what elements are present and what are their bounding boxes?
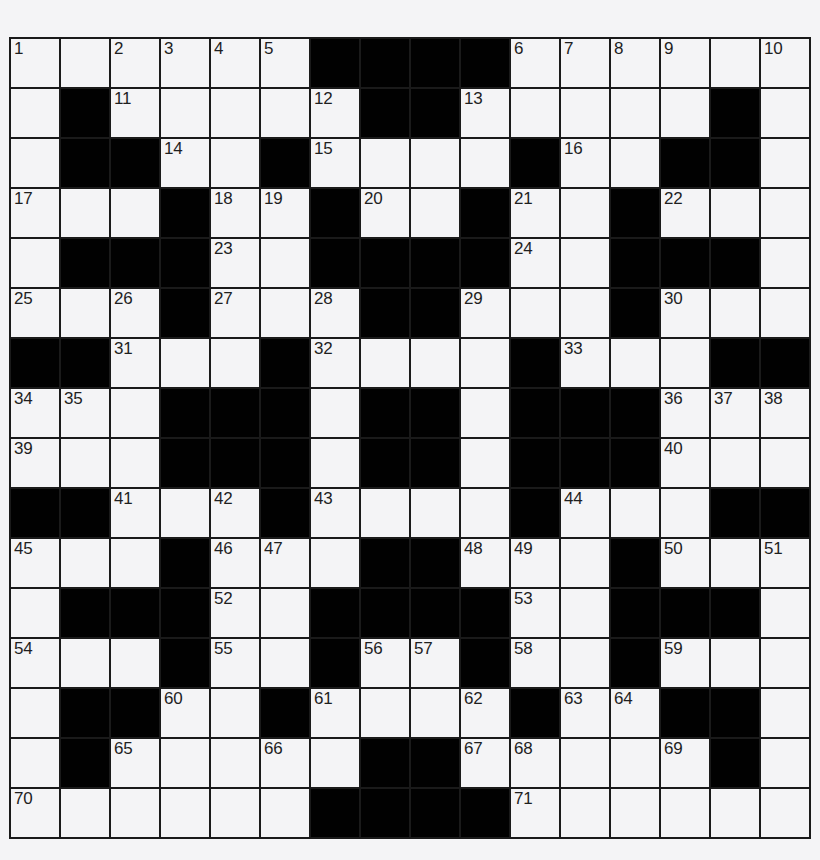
cell-r11c11[interactable]	[561, 589, 611, 639]
cell-r7c9[interactable]	[461, 389, 511, 439]
black-cell-r10c8	[411, 539, 461, 589]
black-cell-r8c5	[261, 439, 311, 489]
cell-r5c10[interactable]	[511, 289, 561, 339]
black-cell-r8c10	[511, 439, 561, 489]
cell-r3c5[interactable]: 19	[261, 189, 311, 239]
cell-r3c7[interactable]: 20	[361, 189, 411, 239]
black-cell-r12c12	[611, 639, 661, 689]
black-cell-r4c14	[711, 239, 761, 289]
cell-r2c0[interactable]	[11, 139, 61, 189]
black-cell-r4c3	[161, 239, 211, 289]
cell-r12c11[interactable]	[561, 639, 611, 689]
cell-r7c0[interactable]: 34	[11, 389, 61, 439]
cell-r8c15[interactable]	[761, 439, 811, 489]
clue-number-8: 8	[614, 40, 623, 58]
cell-r2c4[interactable]	[211, 139, 261, 189]
clue-number-21: 21	[514, 190, 532, 208]
clue-number-9: 9	[664, 40, 673, 58]
black-cell-r3c3	[161, 189, 211, 239]
cell-r0c0[interactable]: 1	[11, 39, 61, 89]
cell-r6c13[interactable]	[661, 339, 711, 389]
clue-number-25: 25	[14, 290, 32, 308]
black-cell-r6c10	[511, 339, 561, 389]
cell-r6c4[interactable]	[211, 339, 261, 389]
black-cell-r8c3	[161, 439, 211, 489]
cell-r8c0[interactable]: 39	[11, 439, 61, 489]
black-cell-r0c6	[311, 39, 361, 89]
cell-r11c4[interactable]: 52	[211, 589, 261, 639]
black-cell-r13c5	[261, 689, 311, 739]
cell-r9c3[interactable]	[161, 489, 211, 539]
cell-r14c3[interactable]	[161, 739, 211, 789]
clue-number-49: 49	[514, 540, 532, 558]
cell-r5c1[interactable]	[61, 289, 111, 339]
cell-r9c2[interactable]: 41	[111, 489, 161, 539]
cell-r2c11[interactable]: 16	[561, 139, 611, 189]
cell-r1c13[interactable]	[661, 89, 711, 139]
clue-number-53: 53	[514, 590, 532, 608]
black-cell-r7c7	[361, 389, 411, 439]
clue-number-2: 2	[114, 40, 123, 58]
clue-number-44: 44	[564, 490, 582, 508]
cell-r5c6[interactable]: 28	[311, 289, 361, 339]
cell-r12c10[interactable]: 58	[511, 639, 561, 689]
black-cell-r9c0	[11, 489, 61, 539]
cell-r13c6[interactable]: 61	[311, 689, 361, 739]
cell-r6c2[interactable]: 31	[111, 339, 161, 389]
black-cell-r11c14	[711, 589, 761, 639]
clue-number-40: 40	[664, 440, 682, 458]
cell-r9c12[interactable]	[611, 489, 661, 539]
cell-r11c0[interactable]	[11, 589, 61, 639]
cell-r1c9[interactable]: 13	[461, 89, 511, 139]
cell-r13c0[interactable]	[11, 689, 61, 739]
cell-r12c8[interactable]: 57	[411, 639, 461, 689]
cell-r14c9[interactable]: 67	[461, 739, 511, 789]
black-cell-r13c2	[111, 689, 161, 739]
clue-number-11: 11	[114, 90, 131, 108]
clue-number-23: 23	[214, 240, 232, 258]
clue-number-30: 30	[664, 290, 682, 308]
black-cell-r11c7	[361, 589, 411, 639]
black-cell-r6c5	[261, 339, 311, 389]
cell-r0c2[interactable]: 2	[111, 39, 161, 89]
clue-number-15: 15	[314, 140, 332, 158]
cell-r8c6[interactable]	[311, 439, 361, 489]
cell-r14c2[interactable]: 65	[111, 739, 161, 789]
cell-r9c6[interactable]: 43	[311, 489, 361, 539]
cell-r3c15[interactable]	[761, 189, 811, 239]
clue-number-14: 14	[164, 140, 182, 158]
cell-r3c14[interactable]	[711, 189, 761, 239]
black-cell-r10c12	[611, 539, 661, 589]
cell-r11c5[interactable]	[261, 589, 311, 639]
cell-r6c8[interactable]	[411, 339, 461, 389]
cell-r2c6[interactable]: 15	[311, 139, 361, 189]
cell-r9c4[interactable]: 42	[211, 489, 261, 539]
cell-r2c9[interactable]	[461, 139, 511, 189]
cell-r3c8[interactable]	[411, 189, 461, 239]
cell-r1c11[interactable]	[561, 89, 611, 139]
cell-r14c15[interactable]	[761, 739, 811, 789]
black-cell-r3c12	[611, 189, 661, 239]
black-cell-r6c14	[711, 339, 761, 389]
cell-r9c9[interactable]	[461, 489, 511, 539]
clue-number-50: 50	[664, 540, 682, 558]
black-cell-r7c5	[261, 389, 311, 439]
crossword-grid: 1234567891011121314151617181920212223242…	[9, 37, 811, 839]
black-cell-r4c6	[311, 239, 361, 289]
cell-r2c8[interactable]	[411, 139, 461, 189]
cell-r1c6[interactable]: 12	[311, 89, 361, 139]
cell-r15c5[interactable]	[261, 789, 311, 839]
cell-r1c2[interactable]: 11	[111, 89, 161, 139]
clue-number-63: 63	[564, 690, 582, 708]
cell-r13c12[interactable]: 64	[611, 689, 661, 739]
cell-r0c3[interactable]: 3	[161, 39, 211, 89]
black-cell-r7c12	[611, 389, 661, 439]
black-cell-r15c9	[461, 789, 511, 839]
cell-r9c11[interactable]: 44	[561, 489, 611, 539]
cell-r0c13[interactable]: 9	[661, 39, 711, 89]
cell-r5c11[interactable]	[561, 289, 611, 339]
cell-r4c4[interactable]: 23	[211, 239, 261, 289]
clue-number-29: 29	[464, 290, 482, 308]
black-cell-r14c1	[61, 739, 111, 789]
clue-number-28: 28	[314, 290, 332, 308]
cell-r14c4[interactable]	[211, 739, 261, 789]
clue-number-70: 70	[14, 790, 32, 808]
black-cell-r11c13	[661, 589, 711, 639]
black-cell-r0c7	[361, 39, 411, 89]
black-cell-r2c13	[661, 139, 711, 189]
cell-r13c11[interactable]: 63	[561, 689, 611, 739]
cell-r7c14[interactable]: 37	[711, 389, 761, 439]
black-cell-r15c8	[411, 789, 461, 839]
cell-r5c4[interactable]: 27	[211, 289, 261, 339]
black-cell-r12c3	[161, 639, 211, 689]
cell-r10c13[interactable]: 50	[661, 539, 711, 589]
clue-number-64: 64	[614, 690, 632, 708]
cell-r10c15[interactable]: 51	[761, 539, 811, 589]
black-cell-r4c8	[411, 239, 461, 289]
cell-r14c5[interactable]: 66	[261, 739, 311, 789]
cell-r12c7[interactable]: 56	[361, 639, 411, 689]
cell-r15c14[interactable]	[711, 789, 761, 839]
cell-r6c12[interactable]	[611, 339, 661, 389]
cell-r13c4[interactable]	[211, 689, 261, 739]
cell-r0c4[interactable]: 4	[211, 39, 261, 89]
clue-number-20: 20	[364, 190, 382, 208]
clue-number-13: 13	[464, 90, 482, 108]
cell-r11c10[interactable]: 53	[511, 589, 561, 639]
cell-r15c13[interactable]	[661, 789, 711, 839]
cell-r1c4[interactable]	[211, 89, 261, 139]
black-cell-r13c10	[511, 689, 561, 739]
cell-r5c15[interactable]	[761, 289, 811, 339]
black-cell-r2c14	[711, 139, 761, 189]
cell-r5c14[interactable]	[711, 289, 761, 339]
cell-r1c10[interactable]	[511, 89, 561, 139]
clue-number-36: 36	[664, 390, 682, 408]
black-cell-r0c8	[411, 39, 461, 89]
cell-r10c5[interactable]: 47	[261, 539, 311, 589]
black-cell-r1c7	[361, 89, 411, 139]
clue-number-31: 31	[114, 340, 132, 358]
crossword-page: 1234567891011121314151617181920212223242…	[0, 0, 820, 860]
cell-r4c15[interactable]	[761, 239, 811, 289]
cell-r3c11[interactable]	[561, 189, 611, 239]
cell-r7c2[interactable]	[111, 389, 161, 439]
cell-r14c13[interactable]: 69	[661, 739, 711, 789]
cell-r12c2[interactable]	[111, 639, 161, 689]
cell-r7c15[interactable]: 38	[761, 389, 811, 439]
clue-number-10: 10	[764, 40, 782, 58]
cell-r5c9[interactable]: 29	[461, 289, 511, 339]
black-cell-r1c8	[411, 89, 461, 139]
black-cell-r9c10	[511, 489, 561, 539]
cell-r11c15[interactable]	[761, 589, 811, 639]
cell-r12c1[interactable]	[61, 639, 111, 689]
cell-r2c15[interactable]	[761, 139, 811, 189]
cell-r0c5[interactable]: 5	[261, 39, 311, 89]
cell-r9c7[interactable]	[361, 489, 411, 539]
cell-r12c15[interactable]	[761, 639, 811, 689]
cell-r1c5[interactable]	[261, 89, 311, 139]
black-cell-r6c0	[11, 339, 61, 389]
cell-r6c7[interactable]	[361, 339, 411, 389]
black-cell-r3c6	[311, 189, 361, 239]
black-cell-r14c8	[411, 739, 461, 789]
cell-r12c4[interactable]: 55	[211, 639, 261, 689]
cell-r8c14[interactable]	[711, 439, 761, 489]
clue-number-22: 22	[664, 190, 682, 208]
cell-r13c7[interactable]	[361, 689, 411, 739]
cell-r7c1[interactable]: 35	[61, 389, 111, 439]
clue-number-54: 54	[14, 640, 32, 658]
cell-r10c4[interactable]: 46	[211, 539, 261, 589]
clue-number-57: 57	[414, 640, 432, 658]
cell-r3c1[interactable]	[61, 189, 111, 239]
cell-r1c15[interactable]	[761, 89, 811, 139]
cell-r12c14[interactable]	[711, 639, 761, 689]
cell-r4c5[interactable]	[261, 239, 311, 289]
clue-number-6: 6	[514, 40, 523, 58]
cell-r9c8[interactable]	[411, 489, 461, 539]
cell-r15c1[interactable]	[61, 789, 111, 839]
cell-r1c12[interactable]	[611, 89, 661, 139]
cell-r5c13[interactable]: 30	[661, 289, 711, 339]
cell-r15c0[interactable]: 70	[11, 789, 61, 839]
cell-r13c9[interactable]: 62	[461, 689, 511, 739]
cell-r10c0[interactable]: 45	[11, 539, 61, 589]
cell-r10c9[interactable]: 48	[461, 539, 511, 589]
cell-r13c8[interactable]	[411, 689, 461, 739]
black-cell-r11c3	[161, 589, 211, 639]
cell-r15c11[interactable]	[561, 789, 611, 839]
black-cell-r5c3	[161, 289, 211, 339]
clue-number-24: 24	[514, 240, 532, 258]
cell-r10c1[interactable]	[61, 539, 111, 589]
black-cell-r14c7	[361, 739, 411, 789]
cell-r7c13[interactable]: 36	[661, 389, 711, 439]
black-cell-r11c2	[111, 589, 161, 639]
black-cell-r4c7	[361, 239, 411, 289]
cell-r6c6[interactable]: 32	[311, 339, 361, 389]
black-cell-r1c1	[61, 89, 111, 139]
clue-number-4: 4	[214, 40, 223, 58]
black-cell-r10c3	[161, 539, 211, 589]
cell-r6c3[interactable]	[161, 339, 211, 389]
clue-number-39: 39	[14, 440, 32, 458]
cell-r15c4[interactable]	[211, 789, 261, 839]
black-cell-r13c14	[711, 689, 761, 739]
cell-r0c1[interactable]	[61, 39, 111, 89]
black-cell-r8c7	[361, 439, 411, 489]
clue-number-17: 17	[14, 190, 32, 208]
clue-number-46: 46	[214, 540, 232, 558]
clue-number-61: 61	[314, 690, 332, 708]
cell-r9c13[interactable]	[661, 489, 711, 539]
black-cell-r8c12	[611, 439, 661, 489]
cell-r0c10[interactable]: 6	[511, 39, 561, 89]
cell-r5c5[interactable]	[261, 289, 311, 339]
cell-r14c10[interactable]: 68	[511, 739, 561, 789]
clue-number-55: 55	[214, 640, 232, 658]
cell-r3c10[interactable]: 21	[511, 189, 561, 239]
cell-r4c10[interactable]: 24	[511, 239, 561, 289]
cell-r12c0[interactable]: 54	[11, 639, 61, 689]
cell-r12c5[interactable]	[261, 639, 311, 689]
cell-r4c0[interactable]	[11, 239, 61, 289]
clue-number-59: 59	[664, 640, 682, 658]
cell-r0c12[interactable]: 8	[611, 39, 661, 89]
cell-r2c12[interactable]	[611, 139, 661, 189]
cell-r5c0[interactable]: 25	[11, 289, 61, 339]
black-cell-r8c11	[561, 439, 611, 489]
cell-r3c13[interactable]: 22	[661, 189, 711, 239]
cell-r8c13[interactable]: 40	[661, 439, 711, 489]
cell-r15c2[interactable]	[111, 789, 161, 839]
cell-r3c4[interactable]: 18	[211, 189, 261, 239]
clue-number-34: 34	[14, 390, 32, 408]
black-cell-r11c12	[611, 589, 661, 639]
clue-number-43: 43	[314, 490, 332, 508]
cell-r13c3[interactable]: 60	[161, 689, 211, 739]
cell-r5c2[interactable]: 26	[111, 289, 161, 339]
black-cell-r2c1	[61, 139, 111, 189]
black-cell-r9c1	[61, 489, 111, 539]
clue-number-16: 16	[564, 140, 582, 158]
cell-r15c3[interactable]	[161, 789, 211, 839]
clue-number-33: 33	[564, 340, 582, 358]
clue-number-37: 37	[714, 390, 732, 408]
clue-number-1: 1	[14, 40, 23, 58]
cell-r15c10[interactable]: 71	[511, 789, 561, 839]
cell-r8c1[interactable]	[61, 439, 111, 489]
black-cell-r15c7	[361, 789, 411, 839]
cell-r3c2[interactable]	[111, 189, 161, 239]
clue-number-26: 26	[114, 290, 132, 308]
clue-number-60: 60	[164, 690, 182, 708]
clue-number-3: 3	[164, 40, 173, 58]
clue-number-41: 41	[114, 490, 132, 508]
black-cell-r9c5	[261, 489, 311, 539]
cell-r14c6[interactable]	[311, 739, 361, 789]
cell-r6c11[interactable]: 33	[561, 339, 611, 389]
black-cell-r7c4	[211, 389, 261, 439]
black-cell-r6c15	[761, 339, 811, 389]
clue-number-65: 65	[114, 740, 132, 758]
cell-r14c12[interactable]	[611, 739, 661, 789]
cell-r2c7[interactable]	[361, 139, 411, 189]
clue-number-18: 18	[214, 190, 232, 208]
cell-r6c9[interactable]	[461, 339, 511, 389]
clue-number-47: 47	[264, 540, 282, 558]
cell-r0c15[interactable]: 10	[761, 39, 811, 89]
black-cell-r13c1	[61, 689, 111, 739]
black-cell-r11c8	[411, 589, 461, 639]
black-cell-r1c14	[711, 89, 761, 139]
cell-r10c2[interactable]	[111, 539, 161, 589]
clue-number-66: 66	[264, 740, 282, 758]
cell-r13c15[interactable]	[761, 689, 811, 739]
cell-r2c3[interactable]: 14	[161, 139, 211, 189]
black-cell-r4c12	[611, 239, 661, 289]
cell-r7c6[interactable]	[311, 389, 361, 439]
cell-r10c6[interactable]	[311, 539, 361, 589]
cell-r0c14[interactable]	[711, 39, 761, 89]
cell-r3c0[interactable]: 17	[11, 189, 61, 239]
cell-r10c14[interactable]	[711, 539, 761, 589]
cell-r12c13[interactable]: 59	[661, 639, 711, 689]
cell-r8c2[interactable]	[111, 439, 161, 489]
black-cell-r11c6	[311, 589, 361, 639]
cell-r8c9[interactable]	[461, 439, 511, 489]
black-cell-r7c3	[161, 389, 211, 439]
black-cell-r13c13	[661, 689, 711, 739]
clue-number-69: 69	[664, 740, 682, 758]
black-cell-r4c9	[461, 239, 511, 289]
cell-r1c3[interactable]	[161, 89, 211, 139]
black-cell-r10c7	[361, 539, 411, 589]
clue-number-52: 52	[214, 590, 232, 608]
clue-number-35: 35	[64, 390, 82, 408]
cell-r1c0[interactable]	[11, 89, 61, 139]
black-cell-r14c14	[711, 739, 761, 789]
cell-r15c12[interactable]	[611, 789, 661, 839]
clue-number-67: 67	[464, 740, 482, 758]
black-cell-r5c8	[411, 289, 461, 339]
black-cell-r5c12	[611, 289, 661, 339]
black-cell-r2c2	[111, 139, 161, 189]
clue-number-7: 7	[564, 40, 573, 58]
clue-number-68: 68	[514, 740, 532, 758]
cell-r10c10[interactable]: 49	[511, 539, 561, 589]
clue-number-48: 48	[464, 540, 482, 558]
clue-number-62: 62	[464, 690, 482, 708]
cell-r14c0[interactable]	[11, 739, 61, 789]
cell-r14c11[interactable]	[561, 739, 611, 789]
cell-r4c11[interactable]	[561, 239, 611, 289]
cell-r10c11[interactable]	[561, 539, 611, 589]
black-cell-r7c10	[511, 389, 561, 439]
black-cell-r2c5	[261, 139, 311, 189]
cell-r15c15[interactable]	[761, 789, 811, 839]
black-cell-r9c14	[711, 489, 761, 539]
clue-number-51: 51	[764, 540, 782, 558]
cell-r0c11[interactable]: 7	[561, 39, 611, 89]
